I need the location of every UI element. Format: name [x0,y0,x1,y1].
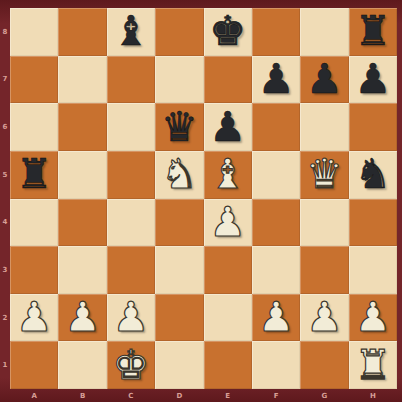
square-g8[interactable] [300,8,348,56]
square-b7[interactable] [58,56,106,104]
square-c8[interactable]: ♝ [107,8,155,56]
square-b5[interactable] [58,151,106,199]
file-label-d: D [155,389,203,402]
square-c7[interactable] [107,56,155,104]
black-rook-piece[interactable]: ♜ [354,11,391,52]
square-c2[interactable]: ♟ [107,294,155,342]
file-label-c: C [107,389,155,402]
square-b1[interactable] [58,341,106,389]
square-d1[interactable] [155,341,203,389]
square-f5[interactable] [252,151,300,199]
rank-label-1: 1 [0,341,10,389]
square-b2[interactable]: ♟ [58,294,106,342]
black-pawn-piece[interactable]: ♟ [209,107,246,148]
square-e8[interactable]: ♚ [204,8,252,56]
square-a6[interactable] [10,103,58,151]
square-d7[interactable] [155,56,203,104]
rank-label-5: 5 [0,151,10,199]
white-queen-piece[interactable]: ♛ [306,154,343,195]
square-h5[interactable]: ♞ [349,151,397,199]
square-e6[interactable]: ♟ [204,103,252,151]
rank-label-2: 2 [0,294,10,342]
square-a4[interactable] [10,199,58,247]
square-g3[interactable] [300,246,348,294]
square-c1[interactable]: ♚ [107,341,155,389]
square-e7[interactable] [204,56,252,104]
file-label-b: B [58,389,106,402]
square-b6[interactable] [58,103,106,151]
chess-board-frame: ♝♚♜♟♟♟♛♟♜♞♝♛♞♟♟♟♟♟♟♟♚♜ 87654321 ABCDEFGH [0,0,402,402]
square-e3[interactable] [204,246,252,294]
square-f4[interactable] [252,199,300,247]
white-pawn-piece[interactable]: ♟ [113,297,150,338]
square-f2[interactable]: ♟ [252,294,300,342]
black-queen-piece[interactable]: ♛ [161,107,198,148]
file-coordinates: ABCDEFGH [10,389,397,402]
square-a1[interactable] [10,341,58,389]
black-pawn-piece[interactable]: ♟ [354,59,391,100]
square-g4[interactable] [300,199,348,247]
square-g7[interactable]: ♟ [300,56,348,104]
white-knight-piece[interactable]: ♞ [161,154,198,195]
file-label-e: E [204,389,252,402]
square-a8[interactable] [10,8,58,56]
square-b8[interactable] [58,8,106,56]
square-b3[interactable] [58,246,106,294]
chess-board: ♝♚♜♟♟♟♛♟♜♞♝♛♞♟♟♟♟♟♟♟♚♜ [10,8,397,389]
file-label-g: G [300,389,348,402]
square-c4[interactable] [107,199,155,247]
square-f6[interactable] [252,103,300,151]
square-g1[interactable] [300,341,348,389]
file-label-f: F [252,389,300,402]
square-c3[interactable] [107,246,155,294]
square-g6[interactable] [300,103,348,151]
white-rook-piece[interactable]: ♜ [354,345,391,386]
file-label-h: H [349,389,397,402]
square-h2[interactable]: ♟ [349,294,397,342]
black-king-piece[interactable]: ♚ [209,11,246,52]
square-g5[interactable]: ♛ [300,151,348,199]
square-h3[interactable] [349,246,397,294]
white-king-piece[interactable]: ♚ [113,345,150,386]
square-g2[interactable]: ♟ [300,294,348,342]
rank-label-7: 7 [0,56,10,104]
rank-label-4: 4 [0,199,10,247]
white-pawn-piece[interactable]: ♟ [354,297,391,338]
square-a3[interactable] [10,246,58,294]
rank-label-3: 3 [0,246,10,294]
rank-label-6: 6 [0,103,10,151]
square-d4[interactable] [155,199,203,247]
square-e2[interactable] [204,294,252,342]
white-bishop-piece[interactable]: ♝ [209,154,246,195]
rank-label-8: 8 [0,8,10,56]
square-f1[interactable] [252,341,300,389]
square-h7[interactable]: ♟ [349,56,397,104]
square-e5[interactable]: ♝ [204,151,252,199]
square-c6[interactable] [107,103,155,151]
square-f8[interactable] [252,8,300,56]
file-label-a: A [10,389,58,402]
black-knight-piece[interactable]: ♞ [354,154,391,195]
square-c5[interactable] [107,151,155,199]
white-pawn-piece[interactable]: ♟ [306,297,343,338]
square-a5[interactable]: ♜ [10,151,58,199]
black-rook-piece[interactable]: ♜ [16,154,53,195]
rank-coordinates: 87654321 [0,8,10,389]
black-pawn-piece[interactable]: ♟ [258,59,295,100]
square-d5[interactable]: ♞ [155,151,203,199]
square-a7[interactable] [10,56,58,104]
square-e1[interactable] [204,341,252,389]
square-b4[interactable] [58,199,106,247]
square-h6[interactable] [349,103,397,151]
square-f3[interactable] [252,246,300,294]
square-h4[interactable] [349,199,397,247]
square-e4[interactable]: ♟ [204,199,252,247]
white-pawn-piece[interactable]: ♟ [64,297,101,338]
white-pawn-piece[interactable]: ♟ [258,297,295,338]
square-a2[interactable]: ♟ [10,294,58,342]
square-d2[interactable] [155,294,203,342]
square-f7[interactable]: ♟ [252,56,300,104]
square-d8[interactable] [155,8,203,56]
square-h1[interactable]: ♜ [349,341,397,389]
white-pawn-piece[interactable]: ♟ [209,202,246,243]
square-h8[interactable]: ♜ [349,8,397,56]
black-pawn-piece[interactable]: ♟ [306,59,343,100]
white-pawn-piece[interactable]: ♟ [16,297,53,338]
black-bishop-piece[interactable]: ♝ [113,11,150,52]
square-d6[interactable]: ♛ [155,103,203,151]
square-d3[interactable] [155,246,203,294]
